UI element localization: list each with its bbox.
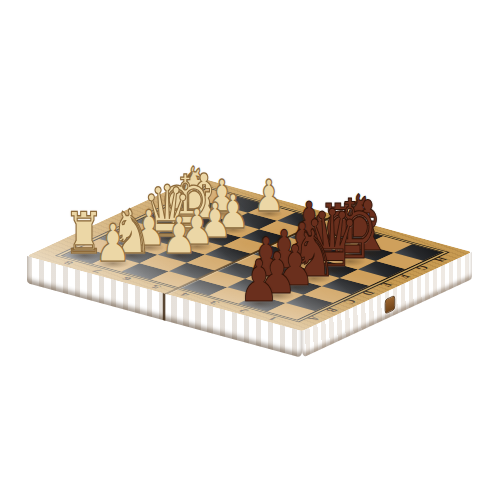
file-label-E: E xyxy=(377,281,395,287)
rank-label-8: 8 xyxy=(61,260,75,265)
file-label-A: A xyxy=(304,315,323,321)
product-photo-scene: 87654321ABCDEFGH ♜♞♟♞♟♛♚♝♟♟♟♟♟♟♟♟♟♟♟♜♞♟♟… xyxy=(0,0,500,492)
fold-seam-edge-notch xyxy=(163,293,166,321)
file-label-C: C xyxy=(340,298,359,304)
rank-label-2: 2 xyxy=(237,308,251,313)
rank-label-6: 6 xyxy=(120,276,134,281)
file-label-B: B xyxy=(322,307,340,313)
rank-label-7: 7 xyxy=(91,268,105,273)
file-label-F: F xyxy=(395,273,413,279)
rank-label-1: 1 xyxy=(266,316,280,321)
file-label-G: G xyxy=(412,265,431,271)
rank-label-3: 3 xyxy=(208,300,222,305)
rank-label-5: 5 xyxy=(149,284,163,289)
rank-label-4: 4 xyxy=(178,292,192,297)
board-clasp xyxy=(385,295,395,315)
file-label-H: H xyxy=(430,256,449,262)
file-label-D: D xyxy=(358,290,377,296)
